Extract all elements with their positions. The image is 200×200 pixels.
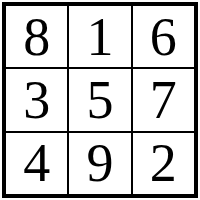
cell-r2c2: 5: [69, 69, 130, 130]
cell-r1c1: 8: [6, 6, 67, 67]
cell-r1c2: 1: [69, 6, 130, 67]
cell-r3c3: 2: [133, 133, 194, 194]
cell-r1c3: 6: [133, 6, 194, 67]
cell-r3c1: 4: [6, 133, 67, 194]
magic-square-board: 8 1 6 3 5 7 4 9 2: [2, 2, 198, 198]
cell-r2c1: 3: [6, 69, 67, 130]
cell-r2c3: 7: [133, 69, 194, 130]
cell-r3c2: 9: [69, 133, 130, 194]
